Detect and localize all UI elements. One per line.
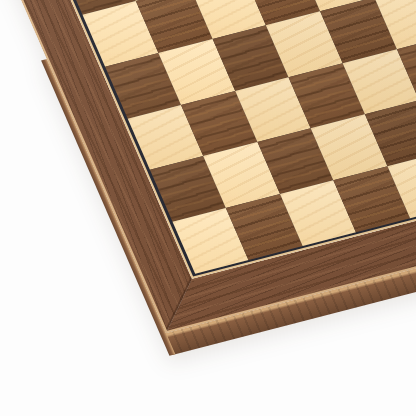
chessboard-photo [0, 0, 416, 416]
board-top-surface [0, 0, 416, 333]
chess-board [0, 0, 416, 333]
photo-background [0, 0, 416, 416]
